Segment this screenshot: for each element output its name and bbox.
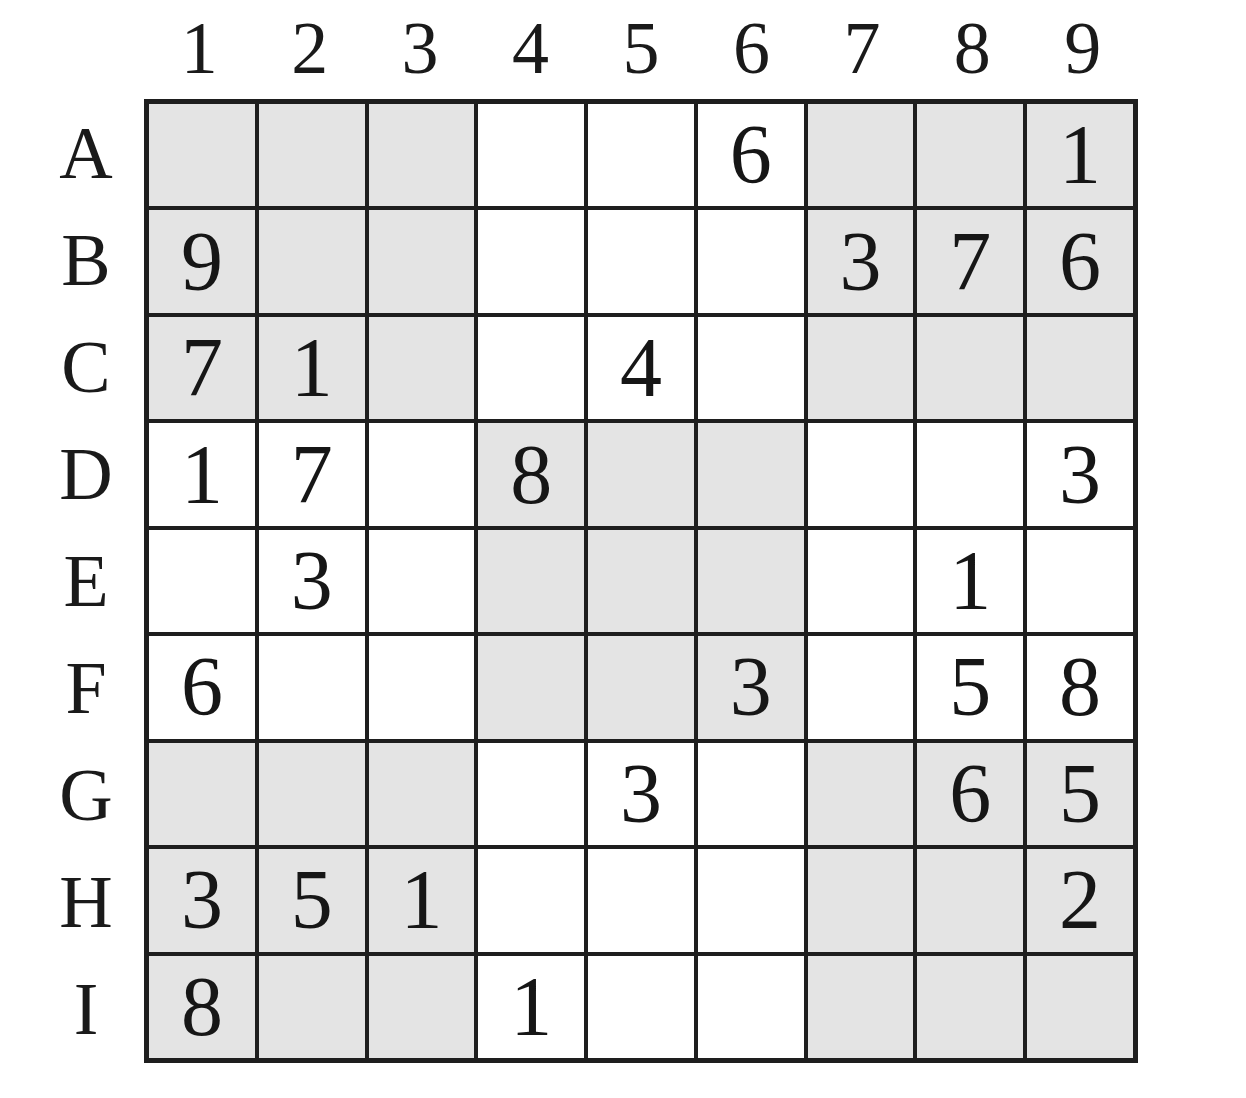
cell-A2 [259,104,365,206]
cell-G2 [259,743,365,845]
cell-I9 [1027,956,1133,1058]
cell-F6: 3 [698,636,804,738]
given-digit: 1 [400,858,442,942]
cell-A9: 1 [1027,104,1133,206]
cell-E1 [149,530,255,632]
cell-I1: 8 [149,956,255,1058]
given-digit: 7 [181,326,223,410]
col-label-2: 2 [291,11,328,85]
row-label-D: D [59,437,112,511]
given-digit: 3 [620,752,662,836]
given-digit: 1 [1059,113,1101,197]
cell-I8 [917,956,1023,1058]
cell-E5 [588,530,694,632]
col-label-5: 5 [622,11,659,85]
cell-A4 [478,104,584,206]
cell-F9: 8 [1027,636,1133,738]
cell-B7: 3 [808,210,914,312]
cell-D4: 8 [478,423,584,525]
cell-H6 [698,849,804,951]
given-digit: 5 [949,645,991,729]
given-digit: 6 [181,645,223,729]
given-digit: 6 [730,113,772,197]
cell-E6 [698,530,804,632]
cell-F2 [259,636,365,738]
cell-B9: 6 [1027,210,1133,312]
cell-H5 [588,849,694,951]
cell-E2: 3 [259,530,365,632]
cell-C7 [808,317,914,419]
cell-A1 [149,104,255,206]
cell-F4 [478,636,584,738]
given-digit: 3 [840,220,882,304]
cell-G7 [808,743,914,845]
given-digit: 4 [620,326,662,410]
given-digit: 3 [181,858,223,942]
cell-A5 [588,104,694,206]
cell-C1: 7 [149,317,255,419]
row-label-H: H [59,865,112,939]
cell-C4 [478,317,584,419]
given-digit: 6 [949,752,991,836]
cell-C8 [917,317,1023,419]
cell-D9: 3 [1027,423,1133,525]
cell-F7 [808,636,914,738]
row-label-A: A [59,116,112,190]
cell-F1: 6 [149,636,255,738]
cell-C3 [369,317,475,419]
cell-G6 [698,743,804,845]
cell-I4: 1 [478,956,584,1058]
cell-D2: 7 [259,423,365,525]
cell-D6 [698,423,804,525]
given-digit: 8 [181,965,223,1049]
given-digit: 7 [949,220,991,304]
cell-D1: 1 [149,423,255,525]
cell-B6 [698,210,804,312]
row-labels: ABCDEFGHI [28,99,144,1063]
cell-E4 [478,530,584,632]
sudoku-diagram: 123456789 ABCDEFGHI 61937671417833163583… [0,0,1246,1098]
cell-B5 [588,210,694,312]
given-digit: 9 [181,220,223,304]
cell-H1: 3 [149,849,255,951]
cell-H3: 1 [369,849,475,951]
cell-A6: 6 [698,104,804,206]
cell-H2: 5 [259,849,365,951]
cell-F3 [369,636,475,738]
row-label-G: G [59,758,112,832]
cell-I7 [808,956,914,1058]
cell-A7 [808,104,914,206]
cell-G3 [369,743,475,845]
cell-E3 [369,530,475,632]
given-digit: 3 [291,539,333,623]
cell-C2: 1 [259,317,365,419]
given-digit: 8 [510,433,552,517]
row-label-B: B [61,223,110,297]
col-label-8: 8 [954,11,991,85]
cell-A3 [369,104,475,206]
given-digit: 2 [1059,858,1101,942]
cell-H7 [808,849,914,951]
cell-B2 [259,210,365,312]
cell-G1 [149,743,255,845]
cell-G8: 6 [917,743,1023,845]
given-digit: 3 [1059,433,1101,517]
cell-E8: 1 [917,530,1023,632]
cell-B1: 9 [149,210,255,312]
col-label-7: 7 [843,11,880,85]
cell-B4 [478,210,584,312]
cell-E7 [808,530,914,632]
row-label-F: F [65,651,106,725]
given-digit: 1 [949,539,991,623]
cell-C9 [1027,317,1133,419]
cell-C6 [698,317,804,419]
col-label-1: 1 [181,11,218,85]
cell-D3 [369,423,475,525]
cell-I5 [588,956,694,1058]
given-digit: 3 [730,645,772,729]
given-digit: 5 [1059,752,1101,836]
given-digit: 1 [181,433,223,517]
given-digit: 1 [291,326,333,410]
given-digit: 5 [291,858,333,942]
cell-I3 [369,956,475,1058]
cell-D7 [808,423,914,525]
cell-E9 [1027,530,1133,632]
cell-G5: 3 [588,743,694,845]
cell-G4 [478,743,584,845]
row-label-I: I [74,972,99,1046]
cell-H4 [478,849,584,951]
cell-F8: 5 [917,636,1023,738]
cell-D5 [588,423,694,525]
cell-H9: 2 [1027,849,1133,951]
row-label-E: E [63,544,108,618]
given-digit: 1 [510,965,552,1049]
cell-I2 [259,956,365,1058]
col-label-9: 9 [1064,11,1101,85]
sudoku-board: 6193767141783316358365351281 [144,99,1138,1063]
given-digit: 8 [1059,645,1101,729]
cell-G9: 5 [1027,743,1133,845]
cell-D8 [917,423,1023,525]
cell-H8 [917,849,1023,951]
cell-F5 [588,636,694,738]
col-label-4: 4 [512,11,549,85]
given-digit: 6 [1059,220,1101,304]
cell-B8: 7 [917,210,1023,312]
row-label-C: C [61,330,110,404]
cell-C5: 4 [588,317,694,419]
column-labels: 123456789 [144,4,1138,92]
col-label-6: 6 [733,11,770,85]
given-digit: 7 [291,433,333,517]
col-label-3: 3 [402,11,439,85]
cell-I6 [698,956,804,1058]
cell-A8 [917,104,1023,206]
cell-B3 [369,210,475,312]
